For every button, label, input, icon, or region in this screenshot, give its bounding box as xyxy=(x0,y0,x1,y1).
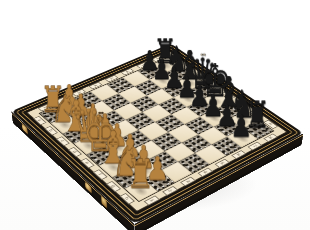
board-top-face: abcdefgh abcdefgh 87654321 87654321 ♜♞♝♛… xyxy=(11,43,303,224)
chess-board: abcdefgh abcdefgh 87654321 87654321 ♜♞♝♛… xyxy=(11,43,303,224)
scene: abcdefgh abcdefgh 87654321 87654321 ♜♞♝♛… xyxy=(0,0,310,230)
clasp-icon xyxy=(101,196,106,208)
piece-black-pawn[interactable]: ♟ xyxy=(230,111,252,140)
hinge-icon xyxy=(22,124,28,134)
product-photo-stage: abcdefgh abcdefgh 87654321 87654321 ♜♞♝♛… xyxy=(0,0,310,230)
piece-white-rook[interactable]: ♜ xyxy=(126,155,154,193)
hinge-icon xyxy=(85,182,91,193)
